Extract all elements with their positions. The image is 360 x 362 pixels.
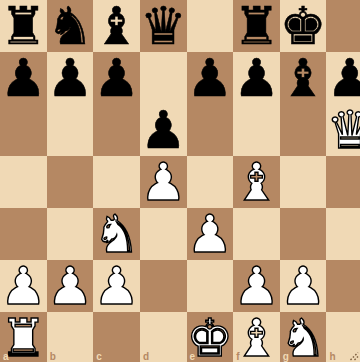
square-e8[interactable] — [187, 0, 234, 52]
white-pawn[interactable]: ♟ — [140, 156, 187, 208]
square-g5[interactable] — [280, 104, 327, 156]
square-c4[interactable] — [93, 156, 140, 208]
square-d3[interactable] — [140, 208, 187, 260]
square-f3[interactable] — [233, 208, 280, 260]
square-b7[interactable]: ♟ — [47, 52, 94, 104]
square-e1[interactable]: ♚e — [187, 312, 234, 362]
square-c1[interactable]: c — [93, 312, 140, 362]
file-label-b: b — [50, 352, 56, 362]
black-pawn[interactable]: ♟ — [187, 52, 234, 104]
square-c8[interactable]: ♝ — [93, 0, 140, 52]
square-d1[interactable]: d — [140, 312, 187, 362]
square-b3[interactable] — [47, 208, 94, 260]
square-b4[interactable] — [47, 156, 94, 208]
black-bishop[interactable]: ♝ — [93, 0, 140, 52]
square-e7[interactable]: ♟ — [187, 52, 234, 104]
square-h4[interactable]: 4 — [326, 156, 360, 208]
black-pawn[interactable]: ♟ — [47, 52, 94, 104]
chess-board: ♜♞♝♛♜♚8♟♟♟♟♟♝♟76♟♛5♟♝4♞♟3♟♟♟♟♟2♜abcd♚e♝f… — [0, 0, 360, 362]
white-king[interactable]: ♚ — [187, 312, 234, 362]
square-b2[interactable]: ♟ — [47, 260, 94, 312]
square-f2[interactable]: ♟ — [233, 260, 280, 312]
square-b8[interactable]: ♞ — [47, 0, 94, 52]
board-grid: ♜♞♝♛♜♚8♟♟♟♟♟♝♟76♟♛5♟♝4♞♟3♟♟♟♟♟2♜abcd♚e♝f… — [0, 0, 360, 362]
black-bishop[interactable]: ♝ — [280, 52, 327, 104]
square-h8[interactable]: 8 — [326, 0, 360, 52]
white-bishop[interactable]: ♝ — [233, 312, 280, 362]
white-pawn[interactable]: ♟ — [93, 260, 140, 312]
square-b1[interactable]: b — [47, 312, 94, 362]
black-rook[interactable]: ♜ — [233, 0, 280, 52]
square-e3[interactable]: ♟ — [187, 208, 234, 260]
square-e4[interactable] — [187, 156, 234, 208]
square-a1[interactable]: ♜a — [0, 312, 47, 362]
white-pawn[interactable]: ♟ — [233, 260, 280, 312]
square-c5[interactable] — [93, 104, 140, 156]
square-a3[interactable] — [0, 208, 47, 260]
black-knight[interactable]: ♞ — [47, 0, 94, 52]
square-g2[interactable]: ♟ — [280, 260, 327, 312]
square-a5[interactable] — [0, 104, 47, 156]
square-e2[interactable] — [187, 260, 234, 312]
white-knight[interactable]: ♞ — [280, 312, 327, 362]
square-a4[interactable] — [0, 156, 47, 208]
square-d8[interactable]: ♛ — [140, 0, 187, 52]
square-d2[interactable] — [140, 260, 187, 312]
white-rook[interactable]: ♜ — [0, 312, 47, 362]
square-f7[interactable]: ♟ — [233, 52, 280, 104]
square-a7[interactable]: ♟ — [0, 52, 47, 104]
file-label-h: h — [329, 352, 335, 362]
square-b5[interactable] — [47, 104, 94, 156]
square-g7[interactable]: ♝ — [280, 52, 327, 104]
black-rook[interactable]: ♜ — [0, 0, 47, 52]
square-a8[interactable]: ♜ — [0, 0, 47, 52]
white-pawn[interactable]: ♟ — [187, 208, 234, 260]
square-d4[interactable]: ♟ — [140, 156, 187, 208]
black-pawn[interactable]: ♟ — [93, 52, 140, 104]
square-h5[interactable]: ♛5 — [326, 104, 360, 156]
square-f4[interactable]: ♝ — [233, 156, 280, 208]
square-c2[interactable]: ♟ — [93, 260, 140, 312]
black-pawn[interactable]: ♟ — [233, 52, 280, 104]
square-h7[interactable]: ♟7 — [326, 52, 360, 104]
square-f1[interactable]: ♝f — [233, 312, 280, 362]
square-e5[interactable] — [187, 104, 234, 156]
white-pawn[interactable]: ♟ — [0, 260, 47, 312]
white-pawn[interactable]: ♟ — [47, 260, 94, 312]
square-h2[interactable]: 2 — [326, 260, 360, 312]
square-g4[interactable] — [280, 156, 327, 208]
square-c7[interactable]: ♟ — [93, 52, 140, 104]
black-pawn[interactable]: ♟ — [140, 104, 187, 156]
square-d7[interactable] — [140, 52, 187, 104]
white-knight[interactable]: ♞ — [93, 208, 140, 260]
square-f8[interactable]: ♜ — [233, 0, 280, 52]
white-queen[interactable]: ♛ — [326, 104, 360, 156]
square-h3[interactable]: 3 — [326, 208, 360, 260]
white-pawn[interactable]: ♟ — [280, 260, 327, 312]
square-f5[interactable] — [233, 104, 280, 156]
square-c3[interactable]: ♞ — [93, 208, 140, 260]
black-pawn[interactable]: ♟ — [326, 52, 360, 104]
square-a2[interactable]: ♟ — [0, 260, 47, 312]
square-g8[interactable]: ♚ — [280, 0, 327, 52]
black-queen[interactable]: ♛ — [140, 0, 187, 52]
black-king[interactable]: ♚ — [280, 0, 327, 52]
file-label-d: d — [143, 352, 149, 362]
board-resize-handle-icon[interactable] — [347, 349, 359, 361]
square-d5[interactable]: ♟ — [140, 104, 187, 156]
black-pawn[interactable]: ♟ — [0, 52, 47, 104]
file-label-c: c — [96, 352, 102, 362]
white-bishop[interactable]: ♝ — [233, 156, 280, 208]
square-g1[interactable]: ♞g — [280, 312, 327, 362]
square-g3[interactable] — [280, 208, 327, 260]
